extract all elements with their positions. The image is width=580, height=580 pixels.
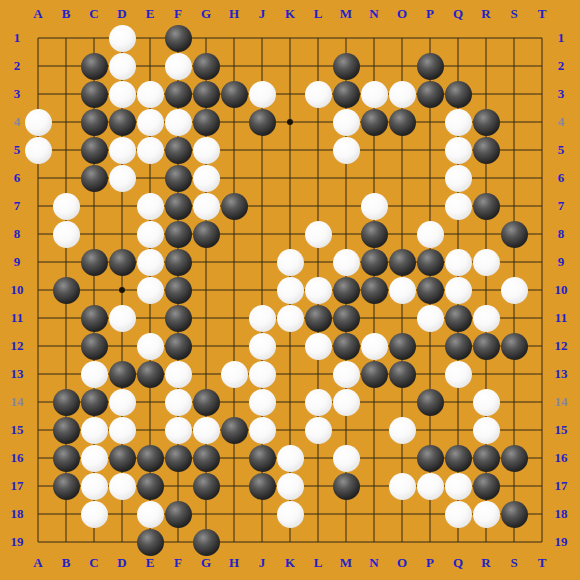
white-stone-Q10[interactable] [445, 277, 472, 304]
black-stone-R12[interactable] [473, 333, 500, 360]
white-stone-L12[interactable] [305, 333, 332, 360]
row-label: 7 [4, 199, 30, 213]
black-stone-F5[interactable] [165, 137, 192, 164]
white-stone-F15[interactable] [165, 417, 192, 444]
column-label: O [389, 7, 415, 21]
column-label: S [501, 7, 527, 21]
white-stone-D2[interactable] [109, 53, 136, 80]
row-label: 16 [548, 451, 574, 465]
black-stone-J16[interactable] [249, 445, 276, 472]
white-stone-C15[interactable] [81, 417, 108, 444]
white-stone-H13[interactable] [221, 361, 248, 388]
white-stone-Q13[interactable] [445, 361, 472, 388]
white-stone-E3[interactable] [137, 81, 164, 108]
white-stone-O17[interactable] [389, 473, 416, 500]
white-stone-J3[interactable] [249, 81, 276, 108]
white-stone-F2[interactable] [165, 53, 192, 80]
white-stone-M14[interactable] [333, 389, 360, 416]
white-stone-R18[interactable] [473, 501, 500, 528]
row-label: 11 [4, 311, 30, 325]
go-board[interactable]: AABBCCDDEEFFGGHHJJKKLLMMNNOOPPQQRRSSTT11… [0, 0, 580, 580]
white-stone-O15[interactable] [389, 417, 416, 444]
black-stone-P2[interactable] [417, 53, 444, 80]
column-label: B [53, 7, 79, 21]
black-stone-C12[interactable] [81, 333, 108, 360]
white-stone-G7[interactable] [193, 193, 220, 220]
black-stone-P9[interactable] [417, 249, 444, 276]
white-stone-E5[interactable] [137, 137, 164, 164]
column-label: N [361, 7, 387, 21]
black-stone-B17[interactable] [53, 473, 80, 500]
white-stone-C16[interactable] [81, 445, 108, 472]
black-stone-D9[interactable] [109, 249, 136, 276]
white-stone-O10[interactable] [389, 277, 416, 304]
white-stone-J12[interactable] [249, 333, 276, 360]
black-stone-G2[interactable] [193, 53, 220, 80]
black-stone-F3[interactable] [165, 81, 192, 108]
black-stone-S8[interactable] [501, 221, 528, 248]
row-label: 6 [548, 171, 574, 185]
black-stone-J17[interactable] [249, 473, 276, 500]
white-stone-K17[interactable] [277, 473, 304, 500]
column-label: A [25, 7, 51, 21]
white-stone-D3[interactable] [109, 81, 136, 108]
black-stone-O4[interactable] [389, 109, 416, 136]
row-label: 14 [548, 395, 574, 409]
row-label: 3 [4, 87, 30, 101]
column-label: Q [445, 556, 471, 570]
black-stone-C2[interactable] [81, 53, 108, 80]
black-stone-C9[interactable] [81, 249, 108, 276]
black-stone-E16[interactable] [137, 445, 164, 472]
black-stone-F1[interactable] [165, 25, 192, 52]
black-stone-H7[interactable] [221, 193, 248, 220]
white-stone-F14[interactable] [165, 389, 192, 416]
white-stone-D15[interactable] [109, 417, 136, 444]
black-stone-F12[interactable] [165, 333, 192, 360]
black-stone-C4[interactable] [81, 109, 108, 136]
white-stone-E9[interactable] [137, 249, 164, 276]
column-label: P [417, 556, 443, 570]
black-stone-Q3[interactable] [445, 81, 472, 108]
white-stone-F4[interactable] [165, 109, 192, 136]
white-stone-Q6[interactable] [445, 165, 472, 192]
white-stone-D5[interactable] [109, 137, 136, 164]
white-stone-K16[interactable] [277, 445, 304, 472]
column-label: G [193, 7, 219, 21]
white-stone-D6[interactable] [109, 165, 136, 192]
white-stone-E7[interactable] [137, 193, 164, 220]
black-stone-F7[interactable] [165, 193, 192, 220]
white-stone-J13[interactable] [249, 361, 276, 388]
row-label: 9 [4, 255, 30, 269]
row-label: 1 [4, 31, 30, 45]
row-label: 4 [548, 115, 574, 129]
black-stone-N10[interactable] [361, 277, 388, 304]
black-stone-E17[interactable] [137, 473, 164, 500]
black-stone-R7[interactable] [473, 193, 500, 220]
black-stone-M10[interactable] [333, 277, 360, 304]
row-label: 10 [548, 283, 574, 297]
black-stone-M11[interactable] [333, 305, 360, 332]
white-stone-P8[interactable] [417, 221, 444, 248]
black-stone-C3[interactable] [81, 81, 108, 108]
white-stone-Q18[interactable] [445, 501, 472, 528]
row-label: 14 [4, 395, 30, 409]
black-stone-F11[interactable] [165, 305, 192, 332]
column-label: J [249, 556, 275, 570]
black-stone-G19[interactable] [193, 529, 220, 556]
column-label: C [81, 556, 107, 570]
white-stone-R14[interactable] [473, 389, 500, 416]
black-stone-H3[interactable] [221, 81, 248, 108]
row-label: 19 [548, 535, 574, 549]
black-stone-P10[interactable] [417, 277, 444, 304]
black-stone-F10[interactable] [165, 277, 192, 304]
white-stone-D17[interactable] [109, 473, 136, 500]
black-stone-F8[interactable] [165, 221, 192, 248]
white-stone-F13[interactable] [165, 361, 192, 388]
black-stone-C14[interactable] [81, 389, 108, 416]
column-label: Q [445, 7, 471, 21]
black-stone-M2[interactable] [333, 53, 360, 80]
white-stone-L10[interactable] [305, 277, 332, 304]
black-stone-G16[interactable] [193, 445, 220, 472]
column-label: C [81, 7, 107, 21]
white-stone-K18[interactable] [277, 501, 304, 528]
row-label: 5 [548, 143, 574, 157]
black-stone-H15[interactable] [221, 417, 248, 444]
white-stone-R15[interactable] [473, 417, 500, 444]
black-stone-P16[interactable] [417, 445, 444, 472]
column-label: H [221, 556, 247, 570]
row-label: 10 [4, 283, 30, 297]
column-label: E [137, 556, 163, 570]
black-stone-P3[interactable] [417, 81, 444, 108]
black-stone-N8[interactable] [361, 221, 388, 248]
white-stone-K9[interactable] [277, 249, 304, 276]
white-stone-E8[interactable] [137, 221, 164, 248]
white-stone-E10[interactable] [137, 277, 164, 304]
white-stone-Q9[interactable] [445, 249, 472, 276]
white-stone-E12[interactable] [137, 333, 164, 360]
white-stone-Q17[interactable] [445, 473, 472, 500]
white-stone-A5[interactable] [25, 137, 52, 164]
column-label: D [109, 7, 135, 21]
white-stone-C17[interactable] [81, 473, 108, 500]
row-label: 13 [548, 367, 574, 381]
white-stone-M5[interactable] [333, 137, 360, 164]
black-stone-B15[interactable] [53, 417, 80, 444]
black-stone-F6[interactable] [165, 165, 192, 192]
white-stone-L3[interactable] [305, 81, 332, 108]
black-stone-R17[interactable] [473, 473, 500, 500]
black-stone-G3[interactable] [193, 81, 220, 108]
white-stone-R11[interactable] [473, 305, 500, 332]
white-stone-E18[interactable] [137, 501, 164, 528]
column-label: T [529, 7, 555, 21]
column-label: M [333, 7, 359, 21]
row-label: 11 [548, 311, 574, 325]
black-stone-B10[interactable] [53, 277, 80, 304]
white-stone-G6[interactable] [193, 165, 220, 192]
black-stone-G4[interactable] [193, 109, 220, 136]
black-stone-N9[interactable] [361, 249, 388, 276]
column-label: G [193, 556, 219, 570]
row-label: 7 [548, 199, 574, 213]
black-stone-O9[interactable] [389, 249, 416, 276]
black-stone-D4[interactable] [109, 109, 136, 136]
column-label: H [221, 7, 247, 21]
black-stone-N13[interactable] [361, 361, 388, 388]
row-label: 19 [4, 535, 30, 549]
column-label: T [529, 556, 555, 570]
white-stone-Q4[interactable] [445, 109, 472, 136]
column-label: F [165, 7, 191, 21]
column-label: F [165, 556, 191, 570]
column-label: E [137, 7, 163, 21]
white-stone-B8[interactable] [53, 221, 80, 248]
white-stone-L14[interactable] [305, 389, 332, 416]
white-stone-D11[interactable] [109, 305, 136, 332]
column-label: L [305, 7, 331, 21]
column-label: O [389, 556, 415, 570]
black-stone-P14[interactable] [417, 389, 444, 416]
black-stone-F16[interactable] [165, 445, 192, 472]
black-stone-N4[interactable] [361, 109, 388, 136]
row-label: 15 [4, 423, 30, 437]
white-stone-G5[interactable] [193, 137, 220, 164]
column-label: K [277, 556, 303, 570]
black-stone-B16[interactable] [53, 445, 80, 472]
white-stone-L15[interactable] [305, 417, 332, 444]
black-stone-O12[interactable] [389, 333, 416, 360]
white-stone-N3[interactable] [361, 81, 388, 108]
row-label: 18 [4, 507, 30, 521]
white-stone-R9[interactable] [473, 249, 500, 276]
black-stone-J4[interactable] [249, 109, 276, 136]
row-label: 15 [548, 423, 574, 437]
row-label: 18 [548, 507, 574, 521]
white-stone-D1[interactable] [109, 25, 136, 52]
white-stone-M9[interactable] [333, 249, 360, 276]
column-label: K [277, 7, 303, 21]
black-stone-F18[interactable] [165, 501, 192, 528]
white-stone-S10[interactable] [501, 277, 528, 304]
column-label: B [53, 556, 79, 570]
column-label: S [501, 556, 527, 570]
black-stone-Q11[interactable] [445, 305, 472, 332]
black-stone-M3[interactable] [333, 81, 360, 108]
white-stone-M13[interactable] [333, 361, 360, 388]
black-stone-D13[interactable] [109, 361, 136, 388]
white-stone-J11[interactable] [249, 305, 276, 332]
black-stone-C5[interactable] [81, 137, 108, 164]
black-stone-Q12[interactable] [445, 333, 472, 360]
black-stone-S18[interactable] [501, 501, 528, 528]
white-stone-N12[interactable] [361, 333, 388, 360]
column-label: R [473, 556, 499, 570]
black-stone-M12[interactable] [333, 333, 360, 360]
white-stone-E4[interactable] [137, 109, 164, 136]
black-stone-R4[interactable] [473, 109, 500, 136]
black-stone-M17[interactable] [333, 473, 360, 500]
row-label: 17 [4, 479, 30, 493]
white-stone-L8[interactable] [305, 221, 332, 248]
black-stone-B14[interactable] [53, 389, 80, 416]
row-label: 17 [548, 479, 574, 493]
black-stone-G8[interactable] [193, 221, 220, 248]
white-stone-N7[interactable] [361, 193, 388, 220]
row-label: 9 [548, 255, 574, 269]
black-stone-F9[interactable] [165, 249, 192, 276]
black-stone-S16[interactable] [501, 445, 528, 472]
white-stone-J15[interactable] [249, 417, 276, 444]
white-stone-J14[interactable] [249, 389, 276, 416]
white-stone-M4[interactable] [333, 109, 360, 136]
column-label: M [333, 556, 359, 570]
white-stone-G15[interactable] [193, 417, 220, 444]
black-stone-G14[interactable] [193, 389, 220, 416]
column-label: A [25, 556, 51, 570]
column-label: P [417, 7, 443, 21]
column-label: L [305, 556, 331, 570]
black-stone-R5[interactable] [473, 137, 500, 164]
white-stone-O3[interactable] [389, 81, 416, 108]
row-label: 12 [4, 339, 30, 353]
black-stone-S12[interactable] [501, 333, 528, 360]
white-stone-C18[interactable] [81, 501, 108, 528]
column-label: R [473, 7, 499, 21]
row-label: 2 [4, 59, 30, 73]
row-label: 16 [4, 451, 30, 465]
black-stone-E13[interactable] [137, 361, 164, 388]
white-stone-Q5[interactable] [445, 137, 472, 164]
black-stone-O13[interactable] [389, 361, 416, 388]
column-label: D [109, 556, 135, 570]
white-stone-M16[interactable] [333, 445, 360, 472]
black-stone-C6[interactable] [81, 165, 108, 192]
black-stone-R16[interactable] [473, 445, 500, 472]
black-stone-L11[interactable] [305, 305, 332, 332]
white-stone-P11[interactable] [417, 305, 444, 332]
black-stone-C11[interactable] [81, 305, 108, 332]
white-stone-P17[interactable] [417, 473, 444, 500]
white-stone-B7[interactable] [53, 193, 80, 220]
black-stone-E19[interactable] [137, 529, 164, 556]
row-label: 2 [548, 59, 574, 73]
black-stone-Q16[interactable] [445, 445, 472, 472]
white-stone-A4[interactable] [25, 109, 52, 136]
white-stone-D14[interactable] [109, 389, 136, 416]
black-stone-D16[interactable] [109, 445, 136, 472]
row-label: 1 [548, 31, 574, 45]
white-stone-K10[interactable] [277, 277, 304, 304]
row-label: 8 [548, 227, 574, 241]
row-label: 3 [548, 87, 574, 101]
white-stone-K11[interactable] [277, 305, 304, 332]
row-label: 6 [4, 171, 30, 185]
row-label: 12 [548, 339, 574, 353]
column-label: N [361, 556, 387, 570]
white-stone-Q7[interactable] [445, 193, 472, 220]
black-stone-G17[interactable] [193, 473, 220, 500]
row-label: 13 [4, 367, 30, 381]
white-stone-C13[interactable] [81, 361, 108, 388]
row-label: 8 [4, 227, 30, 241]
column-label: J [249, 7, 275, 21]
